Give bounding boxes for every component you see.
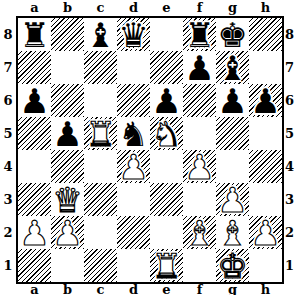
- square-e3[interactable]: [150, 183, 183, 216]
- square-h5[interactable]: [249, 117, 282, 150]
- square-b5[interactable]: ♟: [51, 117, 84, 150]
- square-d7[interactable]: [117, 51, 150, 84]
- square-g2[interactable]: ♝: [216, 216, 249, 249]
- square-f7[interactable]: ♟: [183, 51, 216, 84]
- file-labels-bottom: abcdefgh: [16, 284, 284, 295]
- square-c2[interactable]: [84, 216, 117, 249]
- square-f1[interactable]: [183, 249, 216, 282]
- square-f6[interactable]: [183, 84, 216, 117]
- rank-label-3: 3: [284, 183, 295, 216]
- file-label-b: b: [51, 1, 84, 15]
- black-knight: ♞: [117, 117, 150, 150]
- square-d6[interactable]: [117, 84, 150, 117]
- square-e1[interactable]: ♜: [150, 249, 183, 282]
- rank-label-1: 1: [284, 249, 295, 282]
- square-c6[interactable]: [84, 84, 117, 117]
- square-h4[interactable]: [249, 150, 282, 183]
- black-rook: ♜: [18, 18, 51, 51]
- square-f2[interactable]: ♝: [183, 216, 216, 249]
- square-g1[interactable]: ♚: [216, 249, 249, 282]
- black-king: ♚: [216, 18, 249, 51]
- white-pawn: ♟: [18, 216, 51, 249]
- rank-label-3: 3: [0, 183, 16, 216]
- rank-label-8: 8: [284, 18, 295, 51]
- square-b3[interactable]: ♛: [51, 183, 84, 216]
- white-queen: ♛: [51, 183, 84, 216]
- rank-label-5: 5: [284, 117, 295, 150]
- square-g5[interactable]: [216, 117, 249, 150]
- file-label-e: e: [150, 283, 183, 295]
- square-c3[interactable]: [84, 183, 117, 216]
- square-a2[interactable]: ♟: [18, 216, 51, 249]
- black-pawn: ♟: [216, 84, 249, 117]
- black-bishop: ♝: [216, 51, 249, 84]
- file-label-e: e: [150, 1, 183, 15]
- file-labels-top: abcdefgh: [16, 0, 284, 16]
- rank-label-2: 2: [284, 216, 295, 249]
- square-b7[interactable]: [51, 51, 84, 84]
- square-c4[interactable]: [84, 150, 117, 183]
- white-rook: ♜: [84, 117, 117, 150]
- white-bishop: ♝: [216, 216, 249, 249]
- white-pawn: ♟: [117, 150, 150, 183]
- square-b1[interactable]: [51, 249, 84, 282]
- white-rook: ♜: [150, 249, 183, 282]
- rank-label-8: 8: [0, 18, 16, 51]
- square-b2[interactable]: ♟: [51, 216, 84, 249]
- white-knight: ♞: [150, 117, 183, 150]
- square-c5[interactable]: ♜: [84, 117, 117, 150]
- rank-label-1: 1: [0, 249, 16, 282]
- rank-labels-left: 87654321: [0, 16, 16, 284]
- rank-label-7: 7: [284, 51, 295, 84]
- white-pawn: ♟: [216, 183, 249, 216]
- square-h1[interactable]: [249, 249, 282, 282]
- file-label-a: a: [18, 1, 51, 15]
- square-g6[interactable]: ♟: [216, 84, 249, 117]
- rank-label-4: 4: [0, 150, 16, 183]
- square-h3[interactable]: [249, 183, 282, 216]
- square-d1[interactable]: [117, 249, 150, 282]
- file-label-c: c: [84, 283, 117, 295]
- file-label-g: g: [216, 283, 249, 295]
- square-a8[interactable]: ♜: [18, 18, 51, 51]
- black-pawn: ♟: [51, 117, 84, 150]
- square-a4[interactable]: [18, 150, 51, 183]
- black-pawn: ♟: [18, 84, 51, 117]
- square-f3[interactable]: [183, 183, 216, 216]
- square-e2[interactable]: [150, 216, 183, 249]
- file-label-b: b: [51, 283, 84, 295]
- square-d3[interactable]: [117, 183, 150, 216]
- square-c8[interactable]: ♝: [84, 18, 117, 51]
- rank-label-6: 6: [284, 84, 295, 117]
- file-label-d: d: [117, 283, 150, 295]
- square-h2[interactable]: ♟: [249, 216, 282, 249]
- square-g7[interactable]: ♝: [216, 51, 249, 84]
- square-g4[interactable]: [216, 150, 249, 183]
- square-a1[interactable]: [18, 249, 51, 282]
- square-f4[interactable]: ♟: [183, 150, 216, 183]
- file-label-f: f: [183, 283, 216, 295]
- square-e5[interactable]: ♞: [150, 117, 183, 150]
- file-label-h: h: [249, 1, 282, 15]
- black-queen: ♛: [117, 18, 150, 51]
- square-e8[interactable]: [150, 18, 183, 51]
- chess-board-diagram: abcdefgh 87654321 ♜♝♛♜♚♟♝♟♟♟♟♟♜♞♞♟♟♛♟♟♟♝…: [0, 0, 295, 295]
- file-label-h: h: [249, 283, 282, 295]
- white-pawn: ♟: [249, 216, 282, 249]
- rank-labels-right: 87654321: [284, 16, 295, 284]
- square-h7[interactable]: [249, 51, 282, 84]
- square-h6[interactable]: ♟: [249, 84, 282, 117]
- square-b6[interactable]: [51, 84, 84, 117]
- file-label-c: c: [84, 1, 117, 15]
- square-d2[interactable]: [117, 216, 150, 249]
- square-a5[interactable]: [18, 117, 51, 150]
- square-e4[interactable]: [150, 150, 183, 183]
- file-label-g: g: [216, 1, 249, 15]
- square-a6[interactable]: ♟: [18, 84, 51, 117]
- black-pawn: ♟: [150, 84, 183, 117]
- board: ♜♝♛♜♚♟♝♟♟♟♟♟♜♞♞♟♟♛♟♟♟♝♝♟♜♚: [16, 16, 284, 284]
- rank-label-2: 2: [0, 216, 16, 249]
- rank-label-4: 4: [284, 150, 295, 183]
- white-pawn: ♟: [183, 150, 216, 183]
- white-king: ♚: [216, 249, 249, 282]
- white-pawn: ♟: [51, 216, 84, 249]
- square-c7[interactable]: [84, 51, 117, 84]
- file-label-f: f: [183, 1, 216, 15]
- rank-label-6: 6: [0, 84, 16, 117]
- square-b8[interactable]: [51, 18, 84, 51]
- square-d4[interactable]: ♟: [117, 150, 150, 183]
- file-label-a: a: [18, 283, 51, 295]
- square-f5[interactable]: [183, 117, 216, 150]
- square-d8[interactable]: ♛: [117, 18, 150, 51]
- square-a3[interactable]: [18, 183, 51, 216]
- square-f8[interactable]: ♜: [183, 18, 216, 51]
- rank-label-7: 7: [0, 51, 16, 84]
- white-bishop: ♝: [183, 216, 216, 249]
- square-d5[interactable]: ♞: [117, 117, 150, 150]
- black-bishop: ♝: [84, 18, 117, 51]
- rank-label-5: 5: [0, 117, 16, 150]
- square-c1[interactable]: [84, 249, 117, 282]
- square-g3[interactable]: ♟: [216, 183, 249, 216]
- square-a7[interactable]: [18, 51, 51, 84]
- black-pawn: ♟: [249, 84, 282, 117]
- file-label-d: d: [117, 1, 150, 15]
- black-pawn: ♟: [183, 51, 216, 84]
- square-g8[interactable]: ♚: [216, 18, 249, 51]
- square-e7[interactable]: [150, 51, 183, 84]
- square-b4[interactable]: [51, 150, 84, 183]
- black-rook: ♜: [183, 18, 216, 51]
- square-e6[interactable]: ♟: [150, 84, 183, 117]
- square-h8[interactable]: [249, 18, 282, 51]
